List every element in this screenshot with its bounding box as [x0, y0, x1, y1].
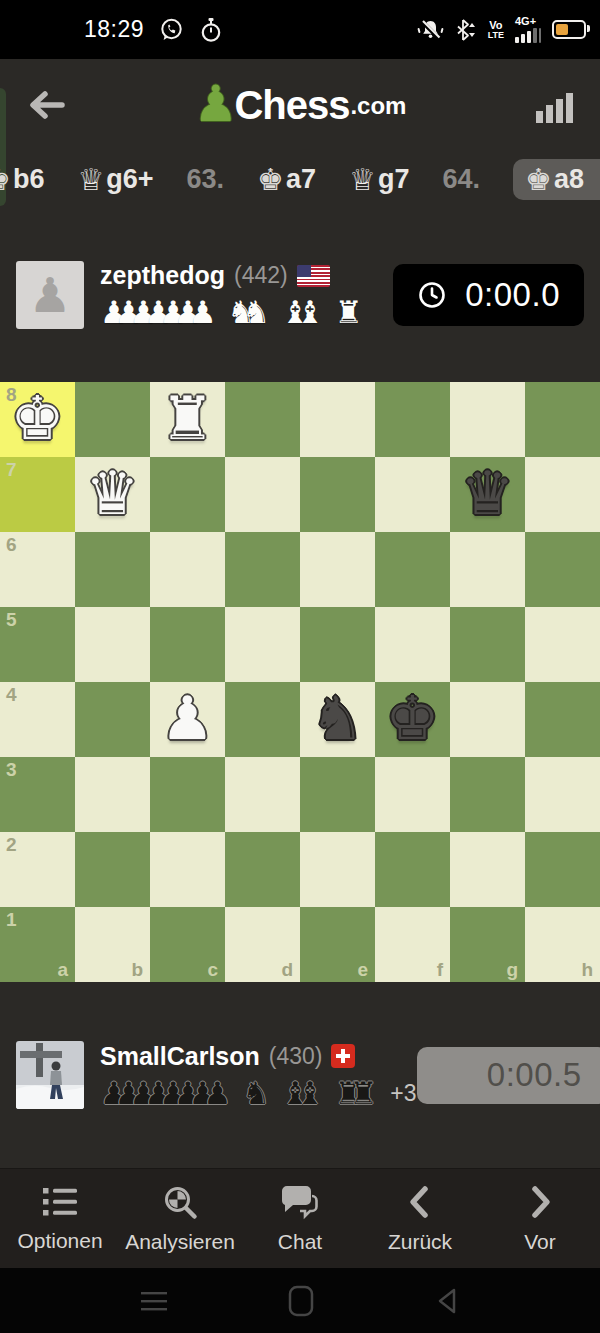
player-card-top: ♟ zepthedog (442) ♟♟♟♟♟♟♟♞♞♝♝♜ 0:00.0 — [0, 207, 600, 382]
white-queen[interactable]: ♛ — [86, 463, 140, 523]
chesscom-logo: ♟ Chess .com — [194, 81, 407, 131]
captured-pawn-icon: ♟ — [204, 1078, 232, 1109]
material-advantage: +3 — [390, 1080, 416, 1107]
captured-bishop-icon: ♝ — [296, 297, 324, 328]
square-g5[interactable] — [450, 607, 525, 682]
clock-top: 0:00.0 — [393, 264, 584, 326]
square-f6[interactable] — [375, 532, 450, 607]
square-e8[interactable] — [300, 382, 375, 457]
battery-icon — [552, 20, 586, 39]
square-c6[interactable] — [150, 532, 225, 607]
options-button[interactable]: Optionen — [0, 1184, 120, 1253]
square-e6[interactable] — [300, 532, 375, 607]
move-number: 64. — [442, 164, 480, 195]
rank-label-6: 6 — [6, 534, 17, 556]
square-e2[interactable] — [300, 832, 375, 907]
file-label-a: a — [57, 959, 68, 981]
captured-rook-group: ♜ — [335, 297, 363, 328]
square-h1[interactable]: h — [525, 907, 600, 982]
captured-pieces-top: ♟♟♟♟♟♟♟♞♞♝♝♜ — [100, 297, 374, 328]
square-g1[interactable]: g — [450, 907, 525, 982]
black-knight[interactable]: ♞ — [311, 688, 365, 748]
square-h2[interactable] — [525, 832, 600, 907]
square-d1[interactable]: d — [225, 907, 300, 982]
player-name-top[interactable]: zepthedog — [100, 261, 225, 290]
square-g3[interactable] — [450, 757, 525, 832]
square-a2[interactable]: 2 — [0, 832, 75, 907]
square-f7[interactable] — [375, 457, 450, 532]
square-d4[interactable] — [225, 682, 300, 757]
file-label-d: d — [281, 959, 293, 981]
rank-label-7: 7 — [6, 459, 17, 481]
square-e5[interactable] — [300, 607, 375, 682]
move-item-a8[interactable]: ♚a8 — [513, 159, 600, 200]
captured-pawn-icon: ♟ — [189, 297, 217, 328]
captured-rook-icon: ♜ — [335, 297, 363, 328]
black-queen[interactable]: ♛ — [461, 463, 515, 523]
square-b7[interactable]: ♛ — [75, 457, 150, 532]
mute-bell-icon — [417, 18, 444, 42]
white-rook[interactable]: ♜ — [161, 388, 215, 448]
move-text: g7 — [378, 164, 410, 195]
bluetooth-icon — [455, 18, 477, 42]
queen-figurine-icon: ♕ — [349, 165, 376, 195]
file-label-h: h — [581, 959, 593, 981]
captured-knight-icon: ♞ — [242, 297, 270, 328]
captured-knight-icon: ♞ — [242, 1078, 270, 1109]
square-f8[interactable] — [375, 382, 450, 457]
square-f1[interactable]: f — [375, 907, 450, 982]
square-c3[interactable] — [150, 757, 225, 832]
swiss-flag-icon — [331, 1044, 355, 1068]
clock-value-bottom: 0:00.5 — [487, 1056, 582, 1094]
square-b6[interactable] — [75, 532, 150, 607]
square-a8[interactable]: 8♚ — [0, 382, 75, 457]
white-pawn[interactable]: ♟ — [161, 688, 215, 748]
square-g2[interactable] — [450, 832, 525, 907]
move-text: g6+ — [106, 164, 153, 195]
file-label-f: f — [437, 959, 443, 981]
square-b8[interactable] — [75, 382, 150, 457]
forward-move-label: Vor — [524, 1230, 556, 1254]
square-d8[interactable] — [225, 382, 300, 457]
clock-value-top: 0:00.0 — [465, 276, 560, 314]
clock-icon — [417, 280, 447, 310]
player-avatar-top[interactable]: ♟ — [16, 261, 84, 329]
square-c7[interactable] — [150, 457, 225, 532]
move-text: a7 — [286, 164, 316, 195]
file-label-b: b — [131, 959, 143, 981]
move-list-bar: ♚b6♕g6+63.♚a7♕g764.♚a8 — [0, 152, 600, 207]
bottom-navigation: Optionen Analysieren Chat Zurück — [0, 1168, 600, 1268]
analyze-button[interactable]: Analysieren — [120, 1183, 240, 1254]
square-b4[interactable] — [75, 682, 150, 757]
stats-bars-button[interactable] — [534, 89, 574, 123]
square-b1[interactable]: b — [75, 907, 150, 982]
file-label-e: e — [357, 959, 368, 981]
logo-com-text: .com — [350, 92, 406, 120]
square-a3[interactable]: 3 — [0, 757, 75, 832]
move-item-g6check[interactable]: ♕g6+ — [77, 164, 153, 195]
logo-text: Chess — [234, 83, 349, 128]
king-figurine-icon: ♚ — [257, 165, 284, 195]
square-d7[interactable] — [225, 457, 300, 532]
square-c8[interactable]: ♜ — [150, 382, 225, 457]
queen-figurine-icon: ♕ — [77, 165, 104, 195]
captured-pawn-group: ♟♟♟♟♟♟♟♟ — [100, 1078, 231, 1109]
square-h3[interactable] — [525, 757, 600, 832]
square-e1[interactable]: e — [300, 907, 375, 982]
options-list-icon — [41, 1184, 79, 1220]
back-button[interactable] — [24, 87, 66, 123]
chevron-left-icon — [403, 1183, 437, 1221]
player-name-bottom[interactable]: SmallCarlson — [100, 1042, 260, 1071]
square-f5[interactable] — [375, 607, 450, 682]
analyze-magnifier-icon — [161, 1183, 199, 1221]
captured-bishop-icon: ♝ — [296, 1078, 324, 1109]
player-rating-top: (442) — [234, 262, 288, 289]
king-figurine-icon: ♚ — [0, 165, 11, 195]
square-h7[interactable] — [525, 457, 600, 532]
square-f2[interactable] — [375, 832, 450, 907]
back-move-button[interactable]: Zurück — [360, 1183, 480, 1254]
chevron-right-icon — [523, 1183, 557, 1221]
options-label: Optionen — [17, 1229, 102, 1253]
back-move-label: Zurück — [388, 1230, 452, 1254]
captured-pawn-group: ♟♟♟♟♟♟♟ — [100, 297, 217, 328]
square-f3[interactable] — [375, 757, 450, 832]
king-figurine-icon: ♚ — [525, 165, 552, 195]
file-label-g: g — [506, 959, 518, 981]
square-c2[interactable] — [150, 832, 225, 907]
square-g7[interactable]: ♛ — [450, 457, 525, 532]
captured-bishop-group: ♝♝ — [281, 1078, 324, 1109]
move-item-g7[interactable]: ♕g7 — [349, 164, 409, 195]
status-bar: 18:29 — [0, 0, 600, 59]
square-d6[interactable] — [225, 532, 300, 607]
captured-pieces-bottom: ♟♟♟♟♟♟♟♟♞♝♝♜♜+3 — [100, 1078, 417, 1109]
square-a7[interactable]: 7 — [0, 457, 75, 532]
square-h8[interactable] — [525, 382, 600, 457]
rank-label-3: 3 — [6, 759, 17, 781]
player-avatar-bottom[interactable] — [16, 1041, 84, 1109]
square-h5[interactable] — [525, 607, 600, 682]
chat-button[interactable]: Chat — [240, 1183, 360, 1254]
captured-knight-group: ♞♞ — [228, 297, 271, 328]
header: ♟ Chess .com — [0, 59, 600, 152]
square-d5[interactable] — [225, 607, 300, 682]
player-rating-bottom: (430) — [269, 1043, 323, 1070]
file-label-c: c — [207, 959, 218, 981]
square-b3[interactable] — [75, 757, 150, 832]
android-menu-button[interactable] — [139, 1289, 169, 1313]
square-d2[interactable] — [225, 832, 300, 907]
square-e4[interactable]: ♞ — [300, 682, 375, 757]
chat-label: Chat — [278, 1230, 322, 1254]
square-h6[interactable] — [525, 532, 600, 607]
square-c5[interactable] — [150, 607, 225, 682]
square-e3[interactable] — [300, 757, 375, 832]
captured-rook-icon: ♜ — [350, 1078, 378, 1109]
white-king[interactable]: ♚ — [11, 388, 65, 448]
volte-indicator: Vo LTE — [488, 20, 504, 40]
square-f4[interactable]: ♚ — [375, 682, 450, 757]
move-item-b6[interactable]: ♚b6 — [0, 164, 44, 195]
move-text: a8 — [554, 164, 584, 195]
square-c1[interactable]: c — [150, 907, 225, 982]
captured-rook-group: ♜♜ — [335, 1078, 378, 1109]
square-g4[interactable] — [450, 682, 525, 757]
black-king[interactable]: ♚ — [386, 688, 440, 748]
rank-label-2: 2 — [6, 834, 17, 856]
android-home-button[interactable] — [287, 1284, 315, 1318]
square-b5[interactable] — [75, 607, 150, 682]
square-a4[interactable]: 4 — [0, 682, 75, 757]
chat-bubbles-icon — [279, 1183, 321, 1221]
logo-pawn-icon: ♟ — [194, 79, 239, 129]
analyze-label: Analysieren — [125, 1230, 235, 1254]
us-flag-icon — [297, 265, 330, 287]
chess-board: 8♚♜7♛♛654♟♞♚321abcdefgh — [0, 382, 600, 982]
timer-icon — [199, 17, 223, 43]
square-e7[interactable] — [300, 457, 375, 532]
square-h4[interactable] — [525, 682, 600, 757]
square-b2[interactable] — [75, 832, 150, 907]
captured-bishop-group: ♝♝ — [281, 297, 324, 328]
square-a1[interactable]: 1a — [0, 907, 75, 982]
player-card-bottom: SmallCarlson (430) ♟♟♟♟♟♟♟♟♞♝♝♜♜+3 0:00.… — [0, 982, 600, 1168]
square-g6[interactable] — [450, 532, 525, 607]
rank-label-5: 5 — [6, 609, 17, 631]
square-c4[interactable]: ♟ — [150, 682, 225, 757]
square-d3[interactable] — [225, 757, 300, 832]
square-a6[interactable]: 6 — [0, 532, 75, 607]
move-text: b6 — [13, 164, 45, 195]
captured-knight-group: ♞ — [242, 1078, 270, 1109]
whatsapp-icon — [159, 17, 184, 42]
rank-label-4: 4 — [6, 684, 17, 706]
status-time: 18:29 — [84, 16, 144, 43]
rank-label-1: 1 — [6, 909, 17, 931]
square-g8[interactable] — [450, 382, 525, 457]
clock-bottom: 0:00.5 — [417, 1047, 600, 1104]
forward-move-button[interactable]: Vor — [480, 1183, 600, 1254]
signal-4g-icon: 4G+ — [515, 16, 541, 43]
move-item-a7[interactable]: ♚a7 — [257, 164, 316, 195]
move-number: 63. — [187, 164, 225, 195]
android-back-button[interactable] — [433, 1286, 461, 1316]
pawn-avatar-icon: ♟ — [28, 271, 71, 319]
square-a5[interactable]: 5 — [0, 607, 75, 682]
android-nav-bar — [0, 1268, 600, 1333]
